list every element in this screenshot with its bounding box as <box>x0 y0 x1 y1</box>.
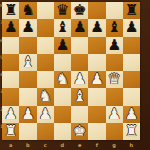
square-a6[interactable] <box>2 37 19 54</box>
rank-label-7: 7 <box>0 21 3 26</box>
square-a1[interactable]: ♜ <box>2 123 19 140</box>
piece-black-rook[interactable]: ♜ <box>4 2 17 19</box>
square-e5[interactable] <box>71 54 88 71</box>
file-label-h: h <box>123 142 140 149</box>
piece-white-king[interactable]: ♚ <box>73 122 86 139</box>
square-c2[interactable]: ♟ <box>37 106 54 123</box>
square-c6[interactable] <box>37 37 54 54</box>
square-h5[interactable] <box>123 54 140 71</box>
square-c3[interactable]: ♞ <box>37 88 54 105</box>
square-g5[interactable] <box>106 54 123 71</box>
square-c5[interactable] <box>37 54 54 71</box>
piece-white-rook[interactable]: ♜ <box>125 122 138 139</box>
rank-label-3: 3 <box>0 90 3 95</box>
square-d4[interactable]: ♞ <box>54 71 71 88</box>
square-d8[interactable]: ♛ <box>54 2 71 19</box>
square-a2[interactable]: ♟ <box>2 106 19 123</box>
piece-black-pawn[interactable]: ♟ <box>56 36 69 53</box>
square-d3[interactable] <box>54 88 71 105</box>
square-b1[interactable] <box>19 123 36 140</box>
piece-white-pawn[interactable]: ♟ <box>107 105 120 122</box>
piece-white-pawn[interactable]: ♟ <box>38 105 51 122</box>
square-g7[interactable]: ♝ <box>106 19 123 36</box>
square-e8[interactable]: ♚ <box>71 2 88 19</box>
square-a3[interactable] <box>2 88 19 105</box>
square-g3[interactable] <box>106 88 123 105</box>
square-h7[interactable]: ♟ <box>123 19 140 36</box>
file-label-e: e <box>71 142 88 149</box>
file-label-f: f <box>88 142 105 149</box>
piece-black-king[interactable]: ♚ <box>73 2 86 19</box>
square-f5[interactable] <box>88 54 105 71</box>
square-b3[interactable] <box>19 88 36 105</box>
square-f6[interactable] <box>88 37 105 54</box>
square-f2[interactable] <box>88 106 105 123</box>
square-f8[interactable] <box>88 2 105 19</box>
piece-black-pawn[interactable]: ♟ <box>90 19 103 36</box>
square-h6[interactable] <box>123 37 140 54</box>
square-e1[interactable]: ♚ <box>71 123 88 140</box>
piece-white-pawn[interactable]: ♟ <box>125 105 138 122</box>
file-label-d: d <box>54 142 71 149</box>
piece-white-bishop[interactable]: ♝ <box>73 88 86 105</box>
piece-black-queen[interactable]: ♛ <box>56 2 69 19</box>
square-h3[interactable] <box>123 88 140 105</box>
piece-black-pawn[interactable]: ♟ <box>107 36 120 53</box>
piece-black-rook[interactable]: ♜ <box>125 2 138 19</box>
square-g1[interactable] <box>106 123 123 140</box>
piece-white-pawn[interactable]: ♟ <box>21 105 34 122</box>
file-label-g: g <box>106 142 123 149</box>
square-c4[interactable] <box>37 71 54 88</box>
square-f1[interactable] <box>88 123 105 140</box>
chess-board: ♜♞♛♚♜♟♟♝♟♟♝♟♟♟♝♞♟♟♛♞♝♟♟♟♟♟♜♚♜ <box>2 2 140 140</box>
file-label-b: b <box>19 142 36 149</box>
piece-white-pawn[interactable]: ♟ <box>90 71 103 88</box>
square-e7[interactable]: ♟ <box>71 19 88 36</box>
square-c7[interactable] <box>37 19 54 36</box>
square-g2[interactable]: ♟ <box>106 106 123 123</box>
file-label-c: c <box>37 142 54 149</box>
piece-white-queen[interactable]: ♛ <box>107 71 120 88</box>
piece-black-knight[interactable]: ♞ <box>21 2 34 19</box>
piece-white-bishop[interactable]: ♝ <box>21 53 34 70</box>
square-b7[interactable]: ♟ <box>19 19 36 36</box>
square-d1[interactable] <box>54 123 71 140</box>
square-h1[interactable]: ♜ <box>123 123 140 140</box>
square-d6[interactable]: ♟ <box>54 37 71 54</box>
square-e2[interactable] <box>71 106 88 123</box>
piece-black-pawn[interactable]: ♟ <box>21 19 34 36</box>
rank-label-5: 5 <box>0 56 3 61</box>
square-d2[interactable] <box>54 106 71 123</box>
piece-black-bishop[interactable]: ♝ <box>56 19 69 36</box>
square-b4[interactable] <box>19 71 36 88</box>
square-a5[interactable] <box>2 54 19 71</box>
square-f4[interactable]: ♟ <box>88 71 105 88</box>
piece-black-bishop[interactable]: ♝ <box>107 19 120 36</box>
piece-white-rook[interactable]: ♜ <box>4 122 17 139</box>
piece-black-pawn[interactable]: ♟ <box>4 19 17 36</box>
square-b6[interactable] <box>19 37 36 54</box>
square-b5[interactable]: ♝ <box>19 54 36 71</box>
piece-white-pawn[interactable]: ♟ <box>4 105 17 122</box>
piece-white-knight[interactable]: ♞ <box>56 71 69 88</box>
piece-black-pawn[interactable]: ♟ <box>73 19 86 36</box>
square-a7[interactable]: ♟ <box>2 19 19 36</box>
rank-label-6: 6 <box>0 39 3 44</box>
chessboard-frame: ♜♞♛♚♜♟♟♝♟♟♝♟♟♟♝♞♟♟♛♞♝♟♟♟♟♟♜♚♜ 87654321ab… <box>0 0 150 150</box>
square-e3[interactable]: ♝ <box>71 88 88 105</box>
square-g6[interactable]: ♟ <box>106 37 123 54</box>
square-a8[interactable]: ♜ <box>2 2 19 19</box>
rank-label-4: 4 <box>0 73 3 78</box>
square-h2[interactable]: ♟ <box>123 106 140 123</box>
square-f7[interactable]: ♟ <box>88 19 105 36</box>
piece-white-knight[interactable]: ♞ <box>38 88 51 105</box>
rank-label-1: 1 <box>0 125 3 130</box>
square-g8[interactable] <box>106 2 123 19</box>
square-g4[interactable]: ♛ <box>106 71 123 88</box>
piece-white-pawn[interactable]: ♟ <box>73 71 86 88</box>
file-label-a: a <box>2 142 19 149</box>
rank-label-2: 2 <box>0 108 3 113</box>
piece-black-pawn[interactable]: ♟ <box>125 19 138 36</box>
square-d5[interactable] <box>54 54 71 71</box>
square-d7[interactable]: ♝ <box>54 19 71 36</box>
square-e4[interactable]: ♟ <box>71 71 88 88</box>
square-b8[interactable]: ♞ <box>19 2 36 19</box>
square-a4[interactable] <box>2 71 19 88</box>
square-h4[interactable] <box>123 71 140 88</box>
square-e6[interactable] <box>71 37 88 54</box>
square-f3[interactable] <box>88 88 105 105</box>
square-h8[interactable]: ♜ <box>123 2 140 19</box>
square-c1[interactable] <box>37 123 54 140</box>
rank-label-8: 8 <box>0 4 3 9</box>
square-b2[interactable]: ♟ <box>19 106 36 123</box>
square-c8[interactable] <box>37 2 54 19</box>
